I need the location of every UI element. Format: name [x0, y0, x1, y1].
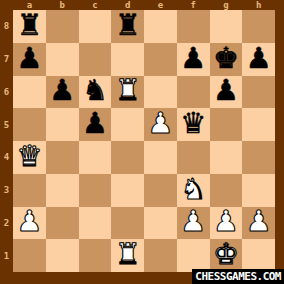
- square-c4[interactable]: [79, 141, 112, 174]
- square-f3[interactable]: ♞: [177, 174, 210, 207]
- file-label-c: c: [79, 0, 112, 10]
- square-e6[interactable]: [144, 76, 177, 109]
- square-g6[interactable]: ♟: [210, 76, 243, 109]
- square-d8[interactable]: ♜: [111, 10, 144, 43]
- square-d2[interactable]: [111, 207, 144, 240]
- square-h1[interactable]: [242, 239, 275, 272]
- file-label-e: e: [144, 0, 177, 10]
- piece-white-king[interactable]: ♚: [213, 240, 239, 269]
- piece-black-pawn[interactable]: ♟: [82, 109, 108, 138]
- file-label-h: h: [242, 0, 275, 10]
- square-a5[interactable]: [13, 108, 46, 141]
- square-f7[interactable]: ♟: [177, 43, 210, 76]
- piece-black-knight[interactable]: ♞: [82, 76, 108, 105]
- piece-white-queen[interactable]: ♛: [16, 142, 42, 171]
- square-c5[interactable]: ♟: [79, 108, 112, 141]
- square-b4[interactable]: [46, 141, 79, 174]
- square-c1[interactable]: [79, 239, 112, 272]
- rank-label-7: 7: [0, 43, 13, 76]
- square-f4[interactable]: [177, 141, 210, 174]
- file-label-b: b: [46, 0, 79, 10]
- square-e1[interactable]: [144, 239, 177, 272]
- piece-white-knight[interactable]: ♞: [180, 175, 206, 204]
- rank-labels: 87654321: [0, 10, 13, 272]
- square-h5[interactable]: [242, 108, 275, 141]
- square-a2[interactable]: ♟: [13, 207, 46, 240]
- square-b1[interactable]: [46, 239, 79, 272]
- square-f8[interactable]: [177, 10, 210, 43]
- piece-black-pawn[interactable]: ♟: [49, 76, 75, 105]
- file-label-g: g: [210, 0, 243, 10]
- square-a8[interactable]: ♜: [13, 10, 46, 43]
- piece-black-queen[interactable]: ♛: [180, 109, 206, 138]
- piece-white-pawn[interactable]: ♟: [16, 207, 42, 236]
- piece-black-rook[interactable]: ♜: [115, 11, 141, 40]
- chess-board-frame: abcdefgh 87654321 ♜♜♟♟♚♟♟♞♜♟♟♟♛♛♞♟♟♟♟♜♚ …: [0, 0, 284, 284]
- square-b3[interactable]: [46, 174, 79, 207]
- square-b7[interactable]: [46, 43, 79, 76]
- square-b8[interactable]: [46, 10, 79, 43]
- file-label-a: a: [13, 0, 46, 10]
- square-e2[interactable]: [144, 207, 177, 240]
- square-c6[interactable]: ♞: [79, 76, 112, 109]
- chess-board: ♜♜♟♟♚♟♟♞♜♟♟♟♛♛♞♟♟♟♟♜♚: [13, 10, 275, 272]
- square-d5[interactable]: [111, 108, 144, 141]
- square-d3[interactable]: [111, 174, 144, 207]
- square-e4[interactable]: [144, 141, 177, 174]
- square-a7[interactable]: ♟: [13, 43, 46, 76]
- square-g3[interactable]: [210, 174, 243, 207]
- piece-black-rook[interactable]: ♜: [16, 11, 42, 40]
- square-a1[interactable]: [13, 239, 46, 272]
- rank-label-3: 3: [0, 174, 13, 207]
- square-b2[interactable]: [46, 207, 79, 240]
- square-c7[interactable]: [79, 43, 112, 76]
- square-h7[interactable]: ♟: [242, 43, 275, 76]
- square-g4[interactable]: [210, 141, 243, 174]
- square-b5[interactable]: [46, 108, 79, 141]
- rank-label-1: 1: [0, 239, 13, 272]
- square-f1[interactable]: [177, 239, 210, 272]
- piece-black-pawn[interactable]: ♟: [246, 44, 272, 73]
- square-e5[interactable]: ♟: [144, 108, 177, 141]
- file-label-f: f: [177, 0, 210, 10]
- square-h3[interactable]: [242, 174, 275, 207]
- square-f6[interactable]: [177, 76, 210, 109]
- square-f5[interactable]: ♛: [177, 108, 210, 141]
- square-e7[interactable]: [144, 43, 177, 76]
- square-g5[interactable]: [210, 108, 243, 141]
- square-e3[interactable]: [144, 174, 177, 207]
- piece-white-pawn[interactable]: ♟: [147, 109, 173, 138]
- rank-label-8: 8: [0, 10, 13, 43]
- square-g8[interactable]: [210, 10, 243, 43]
- square-d1[interactable]: ♜: [111, 239, 144, 272]
- piece-black-pawn[interactable]: ♟: [16, 44, 42, 73]
- square-g7[interactable]: ♚: [210, 43, 243, 76]
- square-e8[interactable]: [144, 10, 177, 43]
- square-d4[interactable]: [111, 141, 144, 174]
- file-labels: abcdefgh: [13, 0, 275, 10]
- piece-white-rook[interactable]: ♜: [115, 76, 141, 105]
- square-h6[interactable]: [242, 76, 275, 109]
- file-label-d: d: [111, 0, 144, 10]
- rank-label-4: 4: [0, 141, 13, 174]
- rank-label-2: 2: [0, 207, 13, 240]
- piece-black-pawn[interactable]: ♟: [213, 76, 239, 105]
- square-c2[interactable]: [79, 207, 112, 240]
- square-h8[interactable]: [242, 10, 275, 43]
- piece-white-rook[interactable]: ♜: [115, 240, 141, 269]
- square-a6[interactable]: [13, 76, 46, 109]
- chessgames-watermark: CHESSGAMES.COM: [192, 269, 284, 284]
- piece-white-pawn[interactable]: ♟: [180, 207, 206, 236]
- square-h4[interactable]: [242, 141, 275, 174]
- square-f2[interactable]: ♟: [177, 207, 210, 240]
- piece-white-pawn[interactable]: ♟: [213, 207, 239, 236]
- square-a4[interactable]: ♛: [13, 141, 46, 174]
- piece-white-pawn[interactable]: ♟: [246, 207, 272, 236]
- square-d7[interactable]: [111, 43, 144, 76]
- square-g1[interactable]: ♚: [210, 239, 243, 272]
- square-h2[interactable]: ♟: [242, 207, 275, 240]
- square-g2[interactable]: ♟: [210, 207, 243, 240]
- square-c3[interactable]: [79, 174, 112, 207]
- square-a3[interactable]: [13, 174, 46, 207]
- square-b6[interactable]: ♟: [46, 76, 79, 109]
- square-d6[interactable]: ♜: [111, 76, 144, 109]
- piece-black-king[interactable]: ♚: [213, 44, 239, 73]
- piece-black-pawn[interactable]: ♟: [180, 44, 206, 73]
- square-c8[interactable]: [79, 10, 112, 43]
- rank-label-6: 6: [0, 76, 13, 109]
- rank-label-5: 5: [0, 108, 13, 141]
